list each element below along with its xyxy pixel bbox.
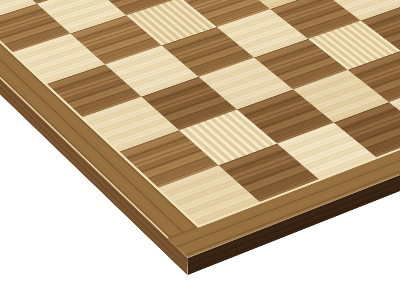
perspective-scene — [0, 0, 400, 300]
product-photo-stage — [0, 0, 400, 300]
board-top-surface — [0, 0, 400, 258]
camera-roll-wrapper — [0, 0, 400, 300]
chess-board — [0, 0, 400, 258]
